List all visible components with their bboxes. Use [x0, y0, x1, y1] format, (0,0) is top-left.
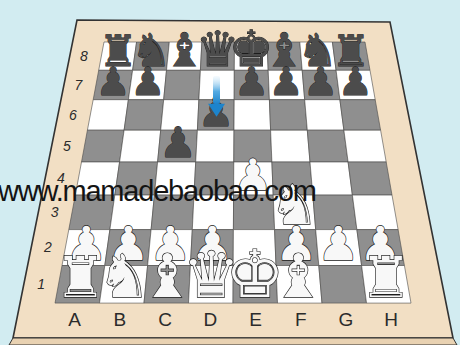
- file-label-G: G: [339, 309, 354, 330]
- chess-scene: 12345678ABCDEFGH♜♞♝♛♚♝♞♜♟♟♟♟♟♟♟♟♟♞♟♟♟♟♟♟…: [0, 0, 460, 345]
- piece-black-pawn-g7[interactable]: ♟: [303, 59, 338, 104]
- piece-black-pawn-e7[interactable]: ♟: [234, 59, 269, 104]
- piece-black-pawn-h7[interactable]: ♟: [338, 59, 373, 104]
- rank-label-2: 2: [43, 239, 52, 255]
- rank-label-8: 8: [80, 48, 88, 64]
- square-g1[interactable]: [319, 266, 367, 304]
- square-e3[interactable]: [233, 195, 274, 230]
- square-g5[interactable]: [307, 130, 348, 162]
- piece-white-bishop-f1[interactable]: ♝: [272, 241, 326, 311]
- square-a4[interactable]: [75, 162, 119, 195]
- square-d4[interactable]: [194, 162, 234, 195]
- chess-board[interactable]: 12345678ABCDEFGH♜♞♝♛♚♝♞♜♟♟♟♟♟♟♟♟♟♞♟♟♟♟♟♟…: [0, 0, 460, 345]
- square-a5[interactable]: [82, 130, 125, 162]
- square-b4[interactable]: [115, 162, 158, 195]
- file-label-F: F: [295, 309, 307, 330]
- rank-label-4: 4: [57, 170, 65, 186]
- file-label-C: C: [158, 309, 172, 330]
- rank-label-3: 3: [51, 204, 59, 220]
- file-label-A: A: [68, 309, 81, 330]
- piece-black-pawn-b7[interactable]: ♟: [130, 59, 165, 104]
- piece-white-pawn-e4[interactable]: ♟: [234, 150, 273, 200]
- file-label-H: H: [384, 309, 398, 330]
- rank-label-1: 1: [37, 276, 45, 292]
- file-label-B: B: [113, 309, 126, 330]
- rank-label-5: 5: [63, 138, 71, 154]
- piece-black-pawn-a7[interactable]: ♟: [96, 59, 131, 104]
- square-f5[interactable]: [271, 130, 310, 162]
- rank-label-7: 7: [75, 77, 84, 93]
- square-b5[interactable]: [120, 130, 161, 162]
- piece-black-pawn-f7[interactable]: ♟: [269, 59, 304, 104]
- square-h4[interactable]: [348, 162, 392, 195]
- rank-label-6: 6: [69, 107, 77, 123]
- board-frame-edge: [9, 338, 457, 345]
- piece-black-pawn-c5[interactable]: ♟: [159, 118, 196, 167]
- piece-white-rook-h1[interactable]: ♜: [360, 244, 411, 310]
- square-h5[interactable]: [344, 130, 386, 162]
